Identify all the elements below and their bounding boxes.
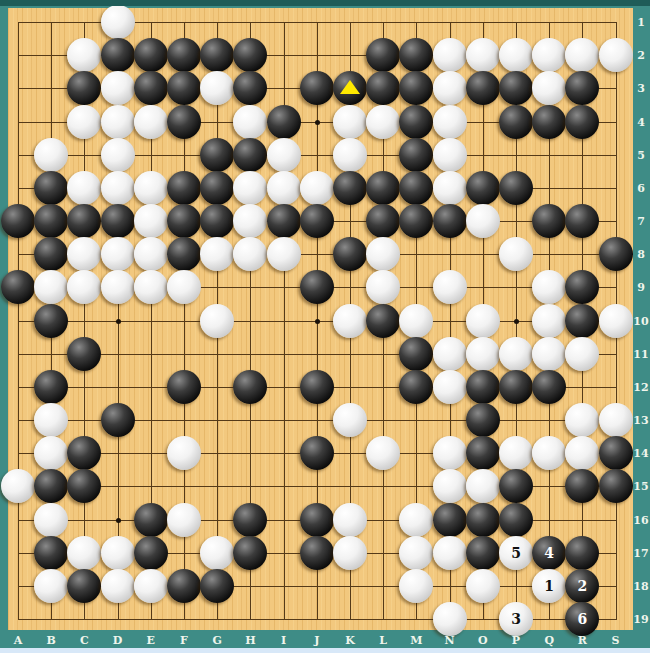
white-stone-K16[interactable] <box>333 503 367 537</box>
star-point <box>514 319 519 324</box>
black-stone-H2[interactable] <box>233 38 267 72</box>
white-stone-C2[interactable] <box>67 38 101 72</box>
black-stone-P16[interactable] <box>499 503 533 537</box>
row-label-3: 3 <box>637 82 645 95</box>
white-stone-F16[interactable] <box>167 503 201 537</box>
white-stone-B5[interactable] <box>34 138 68 172</box>
white-stone-Q18[interactable]: 1 <box>532 569 566 603</box>
row-label-19: 19 <box>633 613 648 626</box>
white-stone-L9[interactable] <box>366 270 400 304</box>
white-stone-E7[interactable] <box>134 204 168 238</box>
white-stone-P11[interactable] <box>499 337 533 371</box>
black-stone-B12[interactable] <box>34 370 68 404</box>
column-label-B: B <box>47 634 56 647</box>
black-stone-J3[interactable] <box>300 71 334 105</box>
star-point <box>116 319 121 324</box>
black-stone-Q12[interactable] <box>532 370 566 404</box>
black-stone-B15[interactable] <box>34 469 68 503</box>
black-stone-Q4[interactable] <box>532 105 566 139</box>
white-stone-M17[interactable] <box>399 536 433 570</box>
row-label-17: 17 <box>633 546 648 559</box>
black-stone-L10[interactable] <box>366 304 400 338</box>
white-stone-H4[interactable] <box>233 105 267 139</box>
black-stone-P6[interactable] <box>499 171 533 205</box>
row-label-7: 7 <box>637 215 645 228</box>
black-stone-F4[interactable] <box>167 105 201 139</box>
white-stone-Q2[interactable] <box>532 38 566 72</box>
black-stone-G7[interactable] <box>200 204 234 238</box>
black-stone-L6[interactable] <box>366 171 400 205</box>
column-label-E: E <box>147 634 155 647</box>
triangle-marker-icon <box>340 80 360 94</box>
black-stone-O14[interactable] <box>466 436 500 470</box>
black-stone-D2[interactable] <box>101 38 135 72</box>
white-stone-N2[interactable] <box>433 38 467 72</box>
white-stone-L14[interactable] <box>366 436 400 470</box>
black-stone-H12[interactable] <box>233 370 267 404</box>
black-stone-F18[interactable] <box>167 569 201 603</box>
star-point <box>116 518 121 523</box>
column-label-S: S <box>612 634 620 647</box>
white-stone-R11[interactable] <box>565 337 599 371</box>
white-stone-R2[interactable] <box>565 38 599 72</box>
column-label-C: C <box>80 634 89 647</box>
white-stone-D1[interactable] <box>101 5 135 39</box>
white-stone-C4[interactable] <box>67 105 101 139</box>
row-label-8: 8 <box>637 248 645 261</box>
white-stone-D6[interactable] <box>101 171 135 205</box>
white-stone-G17[interactable] <box>200 536 234 570</box>
white-stone-S10[interactable] <box>599 304 633 338</box>
black-stone-B6[interactable] <box>34 171 68 205</box>
black-stone-R9[interactable] <box>565 270 599 304</box>
white-stone-N19[interactable] <box>433 602 467 636</box>
black-stone-E2[interactable] <box>134 38 168 72</box>
white-stone-O2[interactable] <box>466 38 500 72</box>
black-stone-F8[interactable] <box>167 237 201 271</box>
black-stone-Q17[interactable]: 4 <box>532 536 566 570</box>
black-stone-O17[interactable] <box>466 536 500 570</box>
white-stone-Q14[interactable] <box>532 436 566 470</box>
white-stone-N14[interactable] <box>433 436 467 470</box>
black-stone-S8[interactable] <box>599 237 633 271</box>
black-stone-M12[interactable] <box>399 370 433 404</box>
row-label-6: 6 <box>637 181 645 194</box>
black-stone-N7[interactable] <box>433 204 467 238</box>
black-stone-M2[interactable] <box>399 38 433 72</box>
black-stone-B17[interactable] <box>34 536 68 570</box>
black-stone-R3[interactable] <box>565 71 599 105</box>
black-stone-H5[interactable] <box>233 138 267 172</box>
black-stone-P12[interactable] <box>499 370 533 404</box>
white-stone-D5[interactable] <box>101 138 135 172</box>
white-stone-N4[interactable] <box>433 105 467 139</box>
black-stone-G6[interactable] <box>200 171 234 205</box>
row-label-13: 13 <box>633 414 648 427</box>
black-stone-S14[interactable] <box>599 436 633 470</box>
black-stone-I7[interactable] <box>267 204 301 238</box>
black-stone-M6[interactable] <box>399 171 433 205</box>
black-stone-O12[interactable] <box>466 370 500 404</box>
black-stone-C7[interactable] <box>67 204 101 238</box>
black-stone-H3[interactable] <box>233 71 267 105</box>
column-label-L: L <box>379 634 387 647</box>
black-stone-A7[interactable] <box>1 204 35 238</box>
white-stone-S2[interactable] <box>599 38 633 72</box>
white-stone-N12[interactable] <box>433 370 467 404</box>
black-stone-L7[interactable] <box>366 204 400 238</box>
row-label-5: 5 <box>637 148 645 161</box>
white-stone-R13[interactable] <box>565 403 599 437</box>
black-stone-J14[interactable] <box>300 436 334 470</box>
white-stone-E18[interactable] <box>134 569 168 603</box>
white-stone-E6[interactable] <box>134 171 168 205</box>
black-stone-O16[interactable] <box>466 503 500 537</box>
white-stone-P17[interactable]: 5 <box>499 536 533 570</box>
column-label-H: H <box>245 634 255 647</box>
black-stone-L3[interactable] <box>366 71 400 105</box>
black-stone-M11[interactable] <box>399 337 433 371</box>
black-stone-M4[interactable] <box>399 105 433 139</box>
black-stone-D13[interactable] <box>101 403 135 437</box>
black-stone-J7[interactable] <box>300 204 334 238</box>
bottom-light-strip <box>0 648 650 653</box>
white-stone-O7[interactable] <box>466 204 500 238</box>
move-number-label: 3 <box>511 612 521 626</box>
white-stone-R14[interactable] <box>565 436 599 470</box>
black-stone-F3[interactable] <box>167 71 201 105</box>
white-stone-B18[interactable] <box>34 569 68 603</box>
white-stone-O15[interactable] <box>466 469 500 503</box>
white-stone-I6[interactable] <box>267 171 301 205</box>
black-stone-B7[interactable] <box>34 204 68 238</box>
row-label-9: 9 <box>637 281 645 294</box>
white-stone-F9[interactable] <box>167 270 201 304</box>
top-frame-bar <box>0 0 650 6</box>
black-stone-E16[interactable] <box>134 503 168 537</box>
white-stone-Q9[interactable] <box>532 270 566 304</box>
move-number-label: 5 <box>511 546 521 560</box>
black-stone-O6[interactable] <box>466 171 500 205</box>
white-stone-N3[interactable] <box>433 71 467 105</box>
row-label-14: 14 <box>633 447 648 460</box>
row-label-1: 1 <box>637 16 645 29</box>
move-number-label: 1 <box>544 579 554 593</box>
move-number-label: 2 <box>578 579 588 593</box>
black-stone-H17[interactable] <box>233 536 267 570</box>
column-label-N: N <box>445 634 455 647</box>
white-stone-O11[interactable] <box>466 337 500 371</box>
star-point <box>315 319 320 324</box>
white-stone-D9[interactable] <box>101 270 135 304</box>
black-stone-I4[interactable] <box>267 105 301 139</box>
white-stone-K4[interactable] <box>333 105 367 139</box>
white-stone-B16[interactable] <box>34 503 68 537</box>
white-stone-A15[interactable] <box>1 469 35 503</box>
black-stone-M3[interactable] <box>399 71 433 105</box>
move-number-label: 4 <box>544 546 554 560</box>
white-stone-P14[interactable] <box>499 436 533 470</box>
white-stone-O18[interactable] <box>466 569 500 603</box>
column-label-M: M <box>410 634 422 647</box>
black-stone-C18[interactable] <box>67 569 101 603</box>
white-stone-B14[interactable] <box>34 436 68 470</box>
white-stone-Q3[interactable] <box>532 71 566 105</box>
black-stone-A9[interactable] <box>1 270 35 304</box>
white-stone-O10[interactable] <box>466 304 500 338</box>
black-stone-K8[interactable] <box>333 237 367 271</box>
white-stone-K5[interactable] <box>333 138 367 172</box>
white-stone-H6[interactable] <box>233 171 267 205</box>
white-stone-P19[interactable]: 3 <box>499 602 533 636</box>
white-stone-G3[interactable] <box>200 71 234 105</box>
white-stone-F14[interactable] <box>167 436 201 470</box>
grid-line-vertical <box>18 22 19 620</box>
white-stone-N9[interactable] <box>433 270 467 304</box>
black-stone-R18[interactable]: 2 <box>565 569 599 603</box>
column-label-Q: Q <box>544 634 554 647</box>
black-stone-F12[interactable] <box>167 370 201 404</box>
black-stone-R17[interactable] <box>565 536 599 570</box>
white-stone-C6[interactable] <box>67 171 101 205</box>
white-stone-N17[interactable] <box>433 536 467 570</box>
white-stone-E9[interactable] <box>134 270 168 304</box>
column-label-R: R <box>578 634 587 647</box>
white-stone-G10[interactable] <box>200 304 234 338</box>
row-label-11: 11 <box>633 347 648 360</box>
white-stone-B9[interactable] <box>34 270 68 304</box>
white-stone-H7[interactable] <box>233 204 267 238</box>
black-stone-M5[interactable] <box>399 138 433 172</box>
white-stone-I8[interactable] <box>267 237 301 271</box>
black-stone-S15[interactable] <box>599 469 633 503</box>
white-stone-D18[interactable] <box>101 569 135 603</box>
white-stone-H8[interactable] <box>233 237 267 271</box>
white-stone-L8[interactable] <box>366 237 400 271</box>
black-stone-C3[interactable] <box>67 71 101 105</box>
white-stone-P2[interactable] <box>499 38 533 72</box>
black-stone-K6[interactable] <box>333 171 367 205</box>
white-stone-N15[interactable] <box>433 469 467 503</box>
white-stone-K17[interactable] <box>333 536 367 570</box>
column-label-I: I <box>281 634 286 647</box>
black-stone-B10[interactable] <box>34 304 68 338</box>
black-stone-P3[interactable] <box>499 71 533 105</box>
white-stone-C8[interactable] <box>67 237 101 271</box>
go-app-window: 541236 ABCDEFGHIJKLMNOPQRS 1234567891011… <box>0 0 650 653</box>
column-label-P: P <box>512 634 520 647</box>
column-label-O: O <box>478 634 488 647</box>
go-board[interactable]: 541236 <box>8 8 633 630</box>
move-number-label: 6 <box>578 612 588 626</box>
black-stone-R4[interactable] <box>565 105 599 139</box>
black-stone-P15[interactable] <box>499 469 533 503</box>
row-label-16: 16 <box>633 513 648 526</box>
black-stone-R19[interactable]: 6 <box>565 602 599 636</box>
black-stone-C15[interactable] <box>67 469 101 503</box>
black-stone-N16[interactable] <box>433 503 467 537</box>
white-stone-D17[interactable] <box>101 536 135 570</box>
white-stone-P8[interactable] <box>499 237 533 271</box>
black-stone-B8[interactable] <box>34 237 68 271</box>
column-label-G: G <box>212 634 221 647</box>
white-stone-M18[interactable] <box>399 569 433 603</box>
black-stone-D7[interactable] <box>101 204 135 238</box>
row-label-15: 15 <box>633 480 648 493</box>
black-stone-C11[interactable] <box>67 337 101 371</box>
white-stone-J6[interactable] <box>300 171 334 205</box>
row-label-18: 18 <box>633 579 648 592</box>
black-stone-M7[interactable] <box>399 204 433 238</box>
column-label-J: J <box>314 634 319 647</box>
black-stone-J12[interactable] <box>300 370 334 404</box>
white-stone-C9[interactable] <box>67 270 101 304</box>
black-stone-O13[interactable] <box>466 403 500 437</box>
white-stone-E8[interactable] <box>134 237 168 271</box>
black-stone-P4[interactable] <box>499 105 533 139</box>
white-stone-G8[interactable] <box>200 237 234 271</box>
white-stone-D8[interactable] <box>101 237 135 271</box>
row-label-4: 4 <box>637 115 645 128</box>
column-label-K: K <box>345 634 355 647</box>
white-stone-M16[interactable] <box>399 503 433 537</box>
black-stone-E17[interactable] <box>134 536 168 570</box>
black-stone-R10[interactable] <box>565 304 599 338</box>
black-stone-R7[interactable] <box>565 204 599 238</box>
black-stone-G18[interactable] <box>200 569 234 603</box>
white-stone-B13[interactable] <box>34 403 68 437</box>
black-stone-G5[interactable] <box>200 138 234 172</box>
row-label-12: 12 <box>633 380 648 393</box>
white-stone-Q11[interactable] <box>532 337 566 371</box>
white-stone-N6[interactable] <box>433 171 467 205</box>
row-label-10: 10 <box>633 314 648 327</box>
black-stone-F6[interactable] <box>167 171 201 205</box>
white-stone-D3[interactable] <box>101 71 135 105</box>
white-stone-K10[interactable] <box>333 304 367 338</box>
black-stone-J17[interactable] <box>300 536 334 570</box>
black-stone-C14[interactable] <box>67 436 101 470</box>
white-stone-C17[interactable] <box>67 536 101 570</box>
black-stone-J9[interactable] <box>300 270 334 304</box>
black-stone-K3[interactable] <box>333 71 367 105</box>
black-stone-L2[interactable] <box>366 38 400 72</box>
row-label-2: 2 <box>637 49 645 62</box>
black-stone-J16[interactable] <box>300 503 334 537</box>
black-stone-R15[interactable] <box>565 469 599 503</box>
white-stone-N5[interactable] <box>433 138 467 172</box>
white-stone-N11[interactable] <box>433 337 467 371</box>
black-stone-E3[interactable] <box>134 71 168 105</box>
white-stone-D4[interactable] <box>101 105 135 139</box>
black-stone-F7[interactable] <box>167 204 201 238</box>
white-stone-S13[interactable] <box>599 403 633 437</box>
column-label-F: F <box>180 634 188 647</box>
black-stone-F2[interactable] <box>167 38 201 72</box>
white-stone-K13[interactable] <box>333 403 367 437</box>
white-stone-I5[interactable] <box>267 138 301 172</box>
column-label-A: A <box>14 634 23 647</box>
black-stone-H16[interactable] <box>233 503 267 537</box>
white-stone-L4[interactable] <box>366 105 400 139</box>
black-stone-O3[interactable] <box>466 71 500 105</box>
white-stone-Q10[interactable] <box>532 304 566 338</box>
black-stone-G2[interactable] <box>200 38 234 72</box>
column-label-D: D <box>113 634 123 647</box>
white-stone-M10[interactable] <box>399 304 433 338</box>
white-stone-E4[interactable] <box>134 105 168 139</box>
star-point <box>315 120 320 125</box>
black-stone-Q7[interactable] <box>532 204 566 238</box>
